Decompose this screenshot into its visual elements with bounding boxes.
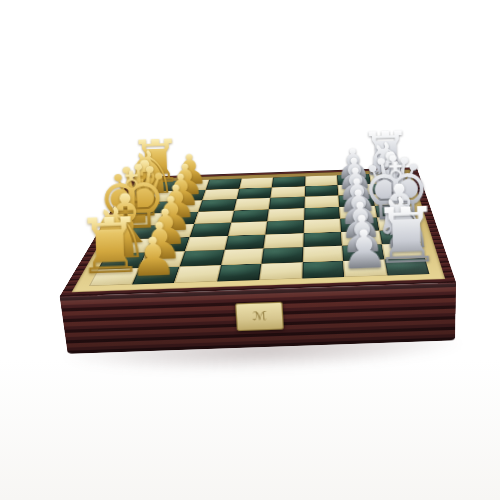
square-d4 [231, 209, 269, 222]
square-h7: ♟ [343, 259, 387, 277]
square-g7: ♟ [342, 244, 384, 260]
square-c8: ♝ [372, 193, 409, 205]
brand-plaque-mark: ℳ [252, 310, 267, 322]
square-h6 [302, 261, 345, 279]
square-f5 [263, 233, 303, 248]
brass-frame: ♜♟♟♜♞♟♟♞♝♟♟♝♛♟♟♛♚♟♟♚♝♟♟♝♞♟♟♞♜♟♟♜ [72, 170, 446, 293]
chess-board: ♜♟♟♜♞♟♟♞♝♟♟♝♛♟♟♛♚♟♟♚♝♟♟♝♞♟♟♞♜♟♟♜ [89, 173, 429, 286]
square-h4 [217, 264, 262, 282]
brand-plaque: ℳ [235, 302, 284, 331]
perspective-scene: ♜♟♟♜♞♟♟♞♝♟♟♝♛♟♟♛♚♟♟♚♝♟♟♝♞♟♟♞♜♟♟♜ ℳ [95, 50, 438, 393]
square-f8: ♝ [379, 229, 421, 244]
square-g8: ♞ [381, 243, 425, 259]
square-c5 [269, 197, 305, 209]
square-d1: ♛ [121, 213, 163, 227]
square-d8: ♛ [374, 204, 413, 217]
square-e3 [190, 223, 231, 237]
square-e7: ♟ [340, 218, 379, 232]
square-g4 [221, 248, 264, 265]
square-d3 [194, 210, 233, 223]
square-d6 [304, 207, 340, 220]
square-h2: ♟ [131, 266, 179, 284]
square-h3 [174, 265, 220, 283]
square-f3 [185, 236, 228, 251]
square-h5 [259, 262, 302, 280]
chess-set-stage: ♜♟♟♜♞♟♟♞♝♟♟♝♛♟♟♛♚♟♟♚♝♟♟♝♞♟♟♞♜♟♟♜ ℳ [0, 0, 500, 500]
square-g3 [180, 250, 224, 267]
square-h1: ♜ [89, 268, 139, 286]
square-g5 [261, 247, 302, 264]
square-h8: ♜ [384, 258, 429, 276]
square-f7: ♟ [341, 230, 381, 245]
square-f4 [224, 234, 265, 249]
square-g1: ♞ [98, 253, 146, 270]
square-f6 [303, 232, 342, 247]
product-photo: ♜♟♟♜♞♟♟♞♝♟♟♝♛♟♟♛♚♟♟♚♝♟♟♝♞♟♟♞♜♟♟♜ ℳ [0, 0, 500, 500]
square-d7: ♟ [339, 206, 376, 219]
square-b4 [236, 187, 271, 199]
square-g6 [302, 246, 343, 262]
square-c7: ♟ [338, 194, 374, 206]
wooden-case: ♜♟♟♜♞♟♟♞♝♟♟♝♛♟♟♛♚♟♟♚♝♟♟♝♞♟♟♞♜♟♟♜ ℳ [60, 167, 456, 296]
square-g2: ♟ [139, 251, 185, 268]
case-top-wood-rim: ♜♟♟♜♞♟♟♞♝♟♟♝♛♟♟♛♚♟♟♚♝♟♟♝♞♟♟♞♜♟♟♜ [60, 167, 456, 296]
